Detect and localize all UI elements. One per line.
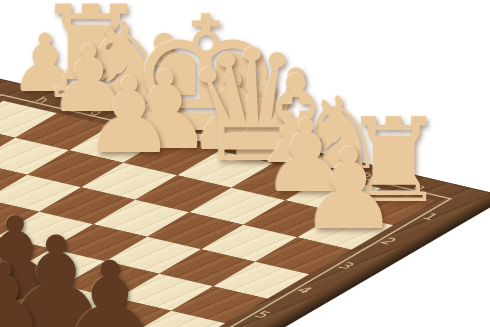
chess-set-photo: 12345678 hgfedcba ♟♜♟♞♟♝♟♚♟♛♟♝♟♞♟♜♟♟♟♟ [0, 0, 490, 327]
chess-board: 12345678 hgfedcba [0, 78, 490, 327]
